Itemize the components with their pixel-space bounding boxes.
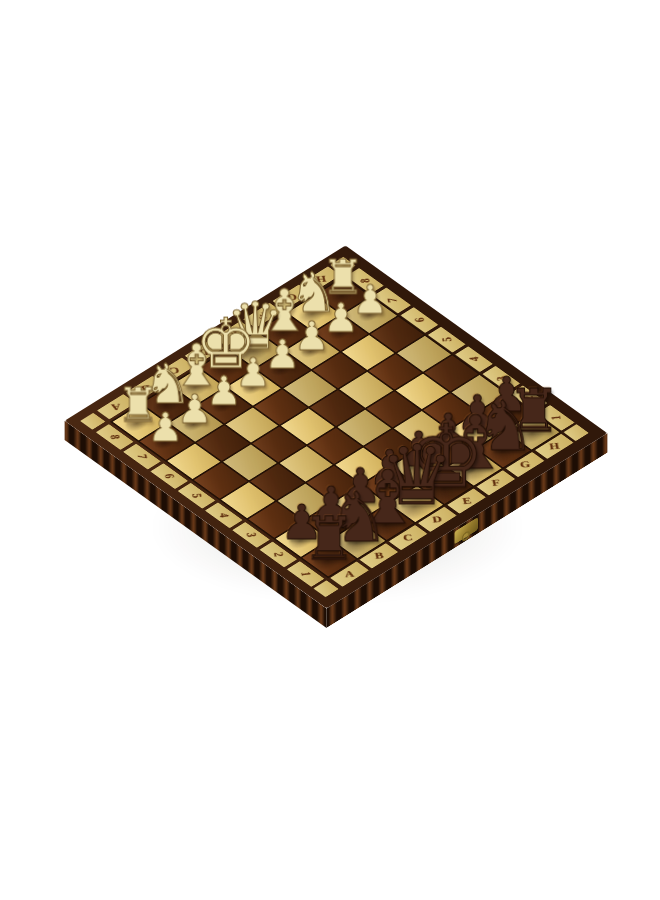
file-label-top-a-text: A: [111, 401, 123, 412]
file-label-top-e-text: E: [228, 328, 239, 339]
rank-label-right-6-text: 6: [411, 317, 428, 323]
photo-stage: ABCDEFGH ABCDEFGH 12345678 12345678 ♜♞♟♝…: [0, 0, 660, 900]
rank-label-right-7-text: 7: [384, 298, 401, 304]
file-label-top-c-text: C: [169, 364, 181, 375]
rank-label-right-4-text: 4: [466, 356, 483, 362]
file-label-top-g-text: G: [286, 291, 298, 303]
file-label-top-d-text: D: [198, 346, 210, 357]
file-label-top-b-text: B: [140, 383, 151, 394]
black-rook-a1[interactable]: ♜: [302, 511, 356, 565]
file-label-top-h-text: H: [315, 273, 327, 285]
rank-label-right-5-text: 5: [438, 337, 455, 343]
rank-label-right-8-text: 8: [356, 278, 373, 284]
white-pawn-a7[interactable]: ♟: [147, 409, 183, 445]
file-label-top-f-text: F: [258, 310, 268, 321]
page: { "game": "chess", "board": { "files": […: [0, 0, 660, 900]
